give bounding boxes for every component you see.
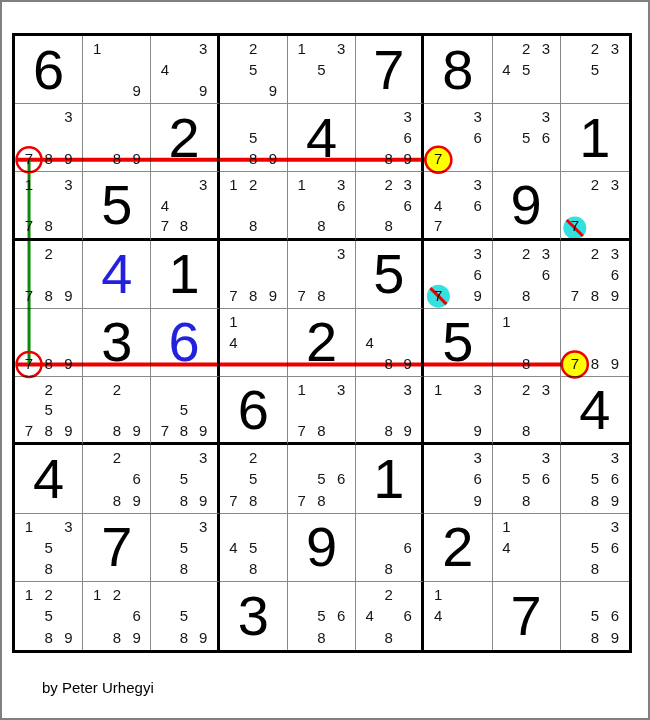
candidate-8: 8 [516, 285, 536, 306]
cell-r2c8[interactable]: 356 [493, 104, 561, 172]
candidate-4: 4 [497, 59, 517, 80]
candidate-5: 5 [585, 59, 605, 80]
candidate-1: 1 [19, 174, 39, 194]
cell-r6c1[interactable]: 25789 [15, 377, 83, 445]
cell-r9c7[interactable]: 14 [424, 582, 492, 650]
candidate-1: 1 [19, 516, 39, 537]
cell-r7c8[interactable]: 3568 [493, 445, 561, 513]
candidate-8: 8 [175, 215, 194, 235]
candidate-3: 3 [58, 174, 78, 194]
cell-r8c1[interactable]: 1358 [15, 514, 83, 582]
candidate-3: 3 [536, 243, 556, 264]
candidate-2: 2 [516, 38, 536, 59]
candidate-2: 2 [585, 174, 605, 194]
candidate-2: 2 [379, 174, 398, 194]
candidate-2: 2 [107, 447, 127, 468]
cell-value: 1 [373, 451, 404, 507]
cell-r2c6[interactable]: 3689 [356, 104, 424, 172]
candidate-3: 3 [468, 106, 488, 127]
candidate-3: 3 [331, 379, 351, 399]
candidate-2: 2 [243, 38, 263, 59]
candidate-1: 1 [292, 38, 312, 59]
candidate-8: 8 [585, 353, 605, 374]
candidate-7: 7 [19, 148, 39, 169]
cell-r5c8[interactable]: 18 [493, 309, 561, 377]
candidate-5: 5 [312, 605, 332, 626]
cell-r2c1[interactable]: 3789 [15, 104, 83, 172]
cell-r2c4[interactable]: 589 [220, 104, 288, 172]
candidate-5: 5 [585, 605, 605, 626]
candidate-4: 4 [428, 605, 448, 626]
cell-r3c1[interactable]: 1378 [15, 172, 83, 240]
candidate-2: 2 [39, 243, 59, 264]
cell-r9c9[interactable]: 5689 [561, 582, 629, 650]
cell-value: 2 [168, 110, 199, 166]
cell-r5c9[interactable]: 789 [561, 309, 629, 377]
candidate-1: 1 [292, 174, 312, 194]
candidate-5: 5 [39, 400, 59, 420]
candidate-6: 6 [127, 605, 147, 626]
cell-r7c4[interactable]: 2578 [220, 445, 288, 513]
candidate-6: 6 [605, 605, 625, 626]
candidate-9: 9 [605, 489, 625, 510]
cell-value: 9 [306, 519, 337, 575]
candidate-6: 6 [605, 264, 625, 285]
cell-r4c6[interactable]: 5 [356, 241, 424, 309]
candidate-3: 3 [398, 174, 417, 194]
candidate-9: 9 [127, 80, 147, 101]
candidate-4: 4 [224, 537, 244, 558]
candidate-1: 1 [497, 311, 517, 332]
candidate-7: 7 [565, 353, 585, 374]
cell-r9c6[interactable]: 2468 [356, 582, 424, 650]
candidate-2: 2 [243, 174, 263, 194]
candidate-5: 5 [243, 468, 263, 489]
cell-r5c5[interactable]: 2 [288, 309, 356, 377]
candidate-8: 8 [312, 285, 332, 306]
candidate-3: 3 [194, 174, 213, 194]
candidate-3: 3 [468, 174, 488, 194]
candidate-3: 3 [605, 447, 625, 468]
candidate-8: 8 [379, 353, 398, 374]
candidate-5: 5 [175, 537, 194, 558]
candidate-8: 8 [243, 285, 263, 306]
cell-r7c5[interactable]: 5678 [288, 445, 356, 513]
puzzle-canvas: 6193492591357823452353789892589436893673… [0, 0, 650, 720]
cell-r2c7[interactable]: 367 [424, 104, 492, 172]
candidate-8: 8 [516, 420, 536, 440]
candidate-2: 2 [243, 447, 263, 468]
candidate-9: 9 [398, 353, 417, 374]
candidate-8: 8 [175, 627, 194, 648]
candidate-5: 5 [243, 127, 263, 148]
candidate-3: 3 [605, 174, 625, 194]
candidate-8: 8 [39, 285, 59, 306]
cell-r4c1[interactable]: 2789 [15, 241, 83, 309]
candidate-7: 7 [19, 420, 39, 440]
candidate-1: 1 [428, 584, 448, 605]
cell-r3c6[interactable]: 2368 [356, 172, 424, 240]
cell-r7c6[interactable]: 1 [356, 445, 424, 513]
candidate-8: 8 [107, 420, 127, 440]
candidate-4: 4 [360, 605, 379, 626]
cell-r4c5[interactable]: 378 [288, 241, 356, 309]
cell-r3c4[interactable]: 128 [220, 172, 288, 240]
candidate-8: 8 [39, 148, 59, 169]
candidate-2: 2 [379, 584, 398, 605]
cell-r4c9[interactable]: 236789 [561, 241, 629, 309]
candidate-8: 8 [585, 285, 605, 306]
candidate-5: 5 [243, 59, 263, 80]
candidate-8: 8 [39, 353, 59, 374]
candidate-5: 5 [516, 127, 536, 148]
candidate-2: 2 [585, 243, 605, 264]
candidate-7: 7 [155, 215, 174, 235]
cell-r1c6[interactable]: 7 [356, 36, 424, 104]
cell-value: 2 [306, 314, 337, 370]
cell-r2c3[interactable]: 2 [151, 104, 219, 172]
cell-r7c1[interactable]: 4 [15, 445, 83, 513]
candidate-2: 2 [39, 584, 59, 605]
candidate-8: 8 [39, 558, 59, 579]
candidate-3: 3 [536, 379, 556, 399]
candidate-9: 9 [605, 627, 625, 648]
cell-r4c8[interactable]: 2368 [493, 241, 561, 309]
candidate-8: 8 [243, 215, 263, 235]
candidate-3: 3 [536, 447, 556, 468]
cell-r4c2[interactable]: 4 [83, 241, 151, 309]
candidate-6: 6 [468, 264, 488, 285]
candidate-8: 8 [585, 558, 605, 579]
cell-value: 2 [442, 519, 473, 575]
candidate-3: 3 [58, 106, 78, 127]
candidate-7: 7 [19, 285, 39, 306]
candidate-9: 9 [605, 285, 625, 306]
cell-r5c7[interactable]: 5 [424, 309, 492, 377]
candidate-5: 5 [585, 468, 605, 489]
cell-value: 1 [168, 246, 199, 302]
cell-r8c6[interactable]: 68 [356, 514, 424, 582]
cell-r3c9[interactable]: 237 [561, 172, 629, 240]
candidate-3: 3 [468, 243, 488, 264]
cell-r5c4[interactable]: 14 [220, 309, 288, 377]
cell-r9c1[interactable]: 12589 [15, 582, 83, 650]
candidate-8: 8 [312, 489, 332, 510]
candidate-9: 9 [468, 489, 488, 510]
candidate-9: 9 [58, 148, 78, 169]
candidate-8: 8 [107, 627, 127, 648]
candidate-8: 8 [243, 489, 263, 510]
candidate-5: 5 [175, 605, 194, 626]
candidate-4: 4 [155, 195, 174, 215]
candidate-2: 2 [107, 584, 127, 605]
candidate-3: 3 [58, 516, 78, 537]
cell-value: 7 [373, 42, 404, 98]
candidate-9: 9 [194, 80, 213, 101]
cell-r8c4[interactable]: 458 [220, 514, 288, 582]
candidate-8: 8 [175, 558, 194, 579]
cell-r1c3[interactable]: 349 [151, 36, 219, 104]
candidate-6: 6 [331, 195, 351, 215]
candidate-8: 8 [585, 627, 605, 648]
cell-r8c5[interactable]: 9 [288, 514, 356, 582]
cell-r1c5[interactable]: 135 [288, 36, 356, 104]
cell-r3c2[interactable]: 5 [83, 172, 151, 240]
candidate-9: 9 [398, 420, 417, 440]
candidate-6: 6 [536, 127, 556, 148]
cell-r6c9[interactable]: 4 [561, 377, 629, 445]
candidate-8: 8 [379, 627, 398, 648]
cell-value: 7 [511, 588, 542, 644]
candidate-9: 9 [263, 148, 283, 169]
candidate-8: 8 [379, 215, 398, 235]
candidate-9: 9 [263, 285, 283, 306]
cell-value: 3 [101, 314, 132, 370]
candidate-1: 1 [224, 311, 244, 332]
candidate-3: 3 [605, 243, 625, 264]
candidate-5: 5 [312, 59, 332, 80]
candidate-9: 9 [58, 285, 78, 306]
candidate-9: 9 [127, 489, 147, 510]
candidate-3: 3 [536, 38, 556, 59]
candidate-3: 3 [536, 106, 556, 127]
candidate-9: 9 [58, 353, 78, 374]
cell-value: 1 [579, 110, 610, 166]
candidate-5: 5 [175, 400, 194, 420]
cell-value: 6 [168, 314, 199, 370]
candidate-2: 2 [516, 379, 536, 399]
candidate-1: 1 [428, 379, 448, 399]
cell-value: 3 [238, 588, 269, 644]
candidate-6: 6 [398, 537, 417, 558]
candidate-2: 2 [107, 379, 127, 399]
cell-r6c6[interactable]: 389 [356, 377, 424, 445]
candidate-6: 6 [468, 127, 488, 148]
candidate-7: 7 [292, 285, 312, 306]
candidate-8: 8 [516, 489, 536, 510]
cell-r3c8[interactable]: 9 [493, 172, 561, 240]
cell-value: 7 [101, 519, 132, 575]
cell-r9c2[interactable]: 12689 [83, 582, 151, 650]
candidate-9: 9 [127, 420, 147, 440]
cell-r2c2[interactable]: 89 [83, 104, 151, 172]
candidate-9: 9 [194, 627, 213, 648]
cell-r1c4[interactable]: 259 [220, 36, 288, 104]
credit-text: by Peter Urhegyi [42, 679, 154, 696]
cell-value: 6 [238, 382, 269, 438]
candidate-8: 8 [39, 420, 59, 440]
candidate-6: 6 [468, 195, 488, 215]
cell-r3c5[interactable]: 1368 [288, 172, 356, 240]
candidate-7: 7 [19, 353, 39, 374]
cell-r7c7[interactable]: 369 [424, 445, 492, 513]
candidate-4: 4 [360, 332, 379, 353]
candidate-7: 7 [292, 420, 312, 440]
candidate-3: 3 [398, 106, 417, 127]
candidate-9: 9 [468, 285, 488, 306]
candidate-8: 8 [379, 558, 398, 579]
cell-r6c8[interactable]: 238 [493, 377, 561, 445]
candidate-7: 7 [428, 148, 448, 169]
cell-r1c1[interactable]: 6 [15, 36, 83, 104]
candidate-5: 5 [516, 468, 536, 489]
candidate-6: 6 [331, 605, 351, 626]
candidate-2: 2 [516, 243, 536, 264]
cell-value: 9 [511, 177, 542, 233]
candidate-5: 5 [39, 605, 59, 626]
candidate-1: 1 [87, 38, 107, 59]
candidate-2: 2 [585, 38, 605, 59]
candidate-6: 6 [398, 605, 417, 626]
cell-value: 4 [33, 451, 64, 507]
candidate-9: 9 [468, 420, 488, 440]
cell-value: 5 [373, 246, 404, 302]
candidate-3: 3 [468, 447, 488, 468]
cell-r1c8[interactable]: 2345 [493, 36, 561, 104]
cell-r8c7[interactable]: 2 [424, 514, 492, 582]
cell-r5c6[interactable]: 489 [356, 309, 424, 377]
cell-r1c2[interactable]: 19 [83, 36, 151, 104]
cell-r9c4[interactable]: 3 [220, 582, 288, 650]
candidate-8: 8 [243, 148, 263, 169]
candidate-9: 9 [58, 627, 78, 648]
candidate-5: 5 [175, 468, 194, 489]
candidate-5: 5 [312, 468, 332, 489]
candidate-8: 8 [175, 420, 194, 440]
cell-r6c5[interactable]: 1378 [288, 377, 356, 445]
candidate-8: 8 [107, 148, 127, 169]
cell-r6c7[interactable]: 139 [424, 377, 492, 445]
candidate-8: 8 [379, 420, 398, 440]
cell-r3c7[interactable]: 3467 [424, 172, 492, 240]
candidate-4: 4 [224, 332, 244, 353]
cell-r7c9[interactable]: 35689 [561, 445, 629, 513]
candidate-4: 4 [497, 537, 517, 558]
cell-r6c3[interactable]: 5789 [151, 377, 219, 445]
candidate-1: 1 [497, 516, 517, 537]
candidate-7: 7 [224, 285, 244, 306]
cell-r8c3[interactable]: 358 [151, 514, 219, 582]
candidate-8: 8 [312, 420, 332, 440]
candidate-9: 9 [605, 353, 625, 374]
candidate-7: 7 [292, 489, 312, 510]
sudoku-board: 6193492591357823452353789892589436893673… [12, 33, 632, 653]
candidate-1: 1 [19, 584, 39, 605]
cell-r5c3[interactable]: 6 [151, 309, 219, 377]
cell-r3c3[interactable]: 3478 [151, 172, 219, 240]
candidate-8: 8 [585, 489, 605, 510]
cell-value: 4 [579, 382, 610, 438]
candidate-3: 3 [331, 38, 351, 59]
cell-value: 4 [101, 246, 132, 302]
cell-r1c9[interactable]: 235 [561, 36, 629, 104]
cell-r6c2[interactable]: 289 [83, 377, 151, 445]
candidate-8: 8 [243, 558, 263, 579]
candidate-9: 9 [194, 420, 213, 440]
cell-value: 4 [306, 110, 337, 166]
candidate-1: 1 [224, 174, 244, 194]
cell-value: 5 [442, 314, 473, 370]
candidate-3: 3 [331, 174, 351, 194]
cell-r1c7[interactable]: 8 [424, 36, 492, 104]
candidate-3: 3 [605, 38, 625, 59]
cell-value: 8 [442, 42, 473, 98]
cell-r5c1[interactable]: 789 [15, 309, 83, 377]
candidate-5: 5 [39, 537, 59, 558]
cell-r4c3[interactable]: 1 [151, 241, 219, 309]
candidate-9: 9 [263, 80, 283, 101]
candidate-2: 2 [39, 379, 59, 399]
cell-r8c2[interactable]: 7 [83, 514, 151, 582]
candidate-6: 6 [398, 195, 417, 215]
candidate-6: 6 [605, 537, 625, 558]
candidate-7: 7 [428, 285, 448, 306]
cell-r5c2[interactable]: 3 [83, 309, 151, 377]
cell-r4c7[interactable]: 3679 [424, 241, 492, 309]
candidate-8: 8 [107, 489, 127, 510]
candidate-9: 9 [398, 148, 417, 169]
candidate-7: 7 [155, 420, 174, 440]
candidate-1: 1 [87, 584, 107, 605]
candidate-8: 8 [39, 627, 59, 648]
cell-r4c4[interactable]: 789 [220, 241, 288, 309]
candidate-6: 6 [605, 468, 625, 489]
cell-r8c9[interactable]: 3568 [561, 514, 629, 582]
candidate-9: 9 [127, 148, 147, 169]
candidate-8: 8 [39, 215, 59, 235]
cell-r9c8[interactable]: 7 [493, 582, 561, 650]
cell-r8c8[interactable]: 14 [493, 514, 561, 582]
candidate-6: 6 [536, 264, 556, 285]
cell-r7c3[interactable]: 3589 [151, 445, 219, 513]
candidate-8: 8 [516, 353, 536, 374]
candidate-8: 8 [312, 215, 332, 235]
candidate-5: 5 [243, 537, 263, 558]
candidate-6: 6 [331, 468, 351, 489]
candidate-7: 7 [565, 285, 585, 306]
candidate-1: 1 [292, 379, 312, 399]
candidate-3: 3 [194, 38, 213, 59]
cell-value: 6 [33, 42, 64, 98]
cell-r2c9[interactable]: 1 [561, 104, 629, 172]
candidate-8: 8 [312, 627, 332, 648]
candidate-3: 3 [398, 379, 417, 399]
cell-r6c4[interactable]: 6 [220, 377, 288, 445]
candidate-7: 7 [565, 215, 585, 235]
candidate-3: 3 [331, 243, 351, 264]
candidate-5: 5 [585, 537, 605, 558]
candidate-3: 3 [194, 516, 213, 537]
candidate-6: 6 [398, 127, 417, 148]
candidate-9: 9 [194, 489, 213, 510]
cell-r9c3[interactable]: 589 [151, 582, 219, 650]
cell-r7c2[interactable]: 2689 [83, 445, 151, 513]
cell-r2c5[interactable]: 4 [288, 104, 356, 172]
candidate-6: 6 [127, 468, 147, 489]
cell-r9c5[interactable]: 568 [288, 582, 356, 650]
candidate-9: 9 [58, 420, 78, 440]
candidate-3: 3 [194, 447, 213, 468]
candidate-4: 4 [155, 59, 174, 80]
candidate-8: 8 [175, 489, 194, 510]
candidate-8: 8 [379, 148, 398, 169]
candidate-4: 4 [428, 195, 448, 215]
candidate-3: 3 [605, 516, 625, 537]
candidate-6: 6 [536, 468, 556, 489]
candidate-7: 7 [224, 489, 244, 510]
candidate-7: 7 [19, 215, 39, 235]
candidate-5: 5 [516, 59, 536, 80]
